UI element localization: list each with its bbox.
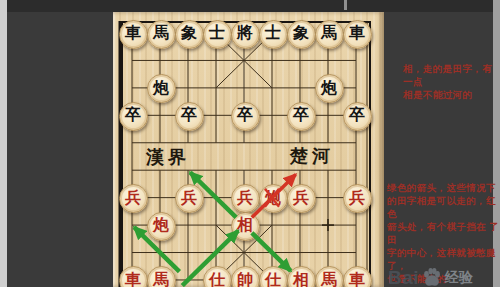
- baidu-paw-icon: [421, 267, 443, 287]
- green-move-arrow: [182, 231, 238, 286]
- left-edge-strip: [0, 0, 7, 287]
- top-tick-mark: [344, 0, 347, 10]
- top-shade: [7, 0, 493, 12]
- baidu-brand-text: Bai: [388, 267, 419, 287]
- green-move-arrow: [190, 172, 236, 217]
- green-move-arrow: [252, 233, 291, 271]
- xiangqi-board: 漢界 楚河 車馬象士將士象馬車炮炮卒卒卒卒卒兵兵兵炮兵兵炮相車馬仕帥仕相馬車: [113, 12, 384, 287]
- baidu-watermark: Bai 经验: [388, 263, 473, 287]
- baidu-suffix-text: 经验: [445, 269, 473, 287]
- screenshot-stage: 漢界 楚河 車馬象士將士象馬車炮炮卒卒卒卒卒兵兵兵炮兵兵炮相車馬仕帥仕相馬車 相…: [0, 0, 500, 287]
- move-arrows-overlay: [113, 12, 384, 287]
- annotation-elephant-rule: 相，走的是田字，有一点相是不能过河的: [403, 62, 499, 101]
- green-move-arrow: [134, 227, 179, 271]
